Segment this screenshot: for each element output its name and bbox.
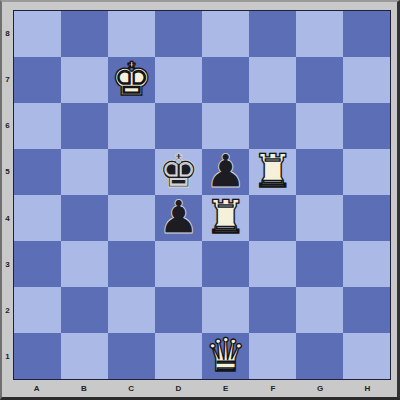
- square-b2[interactable]: [61, 287, 108, 333]
- file-label-f: F: [249, 381, 296, 396]
- square-f4[interactable]: [249, 195, 296, 241]
- square-h1[interactable]: [343, 333, 390, 379]
- square-h8[interactable]: [343, 11, 390, 57]
- square-d6[interactable]: [155, 103, 202, 149]
- file-label-d: D: [155, 381, 202, 396]
- file-label-a: A: [13, 381, 60, 396]
- square-f2[interactable]: [249, 287, 296, 333]
- rank-label-6: 6: [2, 103, 13, 149]
- square-e1[interactable]: ♛: [202, 333, 249, 379]
- square-b5[interactable]: [61, 149, 108, 195]
- square-f6[interactable]: [249, 103, 296, 149]
- rank-label-5: 5: [2, 149, 13, 195]
- square-e6[interactable]: [202, 103, 249, 149]
- square-g6[interactable]: [296, 103, 343, 149]
- square-e4[interactable]: ♜: [202, 195, 249, 241]
- square-a8[interactable]: [14, 11, 61, 57]
- square-e5[interactable]: ♟: [202, 149, 249, 195]
- file-label-h: H: [344, 381, 391, 396]
- rank-label-3: 3: [2, 241, 13, 287]
- square-g8[interactable]: [296, 11, 343, 57]
- square-f7[interactable]: [249, 57, 296, 103]
- square-d5[interactable]: ♚: [155, 149, 202, 195]
- square-f5[interactable]: ♜: [249, 149, 296, 195]
- square-g3[interactable]: [296, 241, 343, 287]
- square-d4[interactable]: ♟: [155, 195, 202, 241]
- white-rook[interactable]: ♜: [205, 194, 246, 240]
- square-a2[interactable]: [14, 287, 61, 333]
- chess-board-frame: 87654321 ♚♚♟♜♟♜♛ ABCDEFGH: [0, 0, 400, 400]
- chess-board: ♚♚♟♜♟♜♛: [13, 10, 391, 380]
- square-b6[interactable]: [61, 103, 108, 149]
- square-b4[interactable]: [61, 195, 108, 241]
- square-c5[interactable]: [108, 149, 155, 195]
- square-c6[interactable]: [108, 103, 155, 149]
- square-c3[interactable]: [108, 241, 155, 287]
- square-c7[interactable]: ♚: [108, 57, 155, 103]
- square-d8[interactable]: [155, 11, 202, 57]
- white-king[interactable]: ♚: [111, 56, 152, 102]
- square-e8[interactable]: [202, 11, 249, 57]
- rank-label-4: 4: [2, 195, 13, 241]
- square-h4[interactable]: [343, 195, 390, 241]
- square-h3[interactable]: [343, 241, 390, 287]
- rank-labels: 87654321: [2, 10, 13, 380]
- square-a5[interactable]: [14, 149, 61, 195]
- square-d2[interactable]: [155, 287, 202, 333]
- square-e2[interactable]: [202, 287, 249, 333]
- square-d7[interactable]: [155, 57, 202, 103]
- square-c2[interactable]: [108, 287, 155, 333]
- square-f8[interactable]: [249, 11, 296, 57]
- square-g1[interactable]: [296, 333, 343, 379]
- square-c1[interactable]: [108, 333, 155, 379]
- file-label-c: C: [108, 381, 155, 396]
- rank-label-8: 8: [2, 10, 13, 56]
- rank-label-1: 1: [2, 334, 13, 380]
- square-g2[interactable]: [296, 287, 343, 333]
- square-a6[interactable]: [14, 103, 61, 149]
- square-a7[interactable]: [14, 57, 61, 103]
- square-a1[interactable]: [14, 333, 61, 379]
- square-a3[interactable]: [14, 241, 61, 287]
- square-f3[interactable]: [249, 241, 296, 287]
- square-c4[interactable]: [108, 195, 155, 241]
- square-h6[interactable]: [343, 103, 390, 149]
- square-h5[interactable]: [343, 149, 390, 195]
- black-pawn[interactable]: ♟: [158, 194, 199, 240]
- file-label-b: B: [60, 381, 107, 396]
- square-a4[interactable]: [14, 195, 61, 241]
- file-label-g: G: [297, 381, 344, 396]
- square-e7[interactable]: [202, 57, 249, 103]
- square-b7[interactable]: [61, 57, 108, 103]
- square-b8[interactable]: [61, 11, 108, 57]
- square-e3[interactable]: [202, 241, 249, 287]
- square-c8[interactable]: [108, 11, 155, 57]
- black-king[interactable]: ♚: [158, 148, 199, 194]
- black-pawn[interactable]: ♟: [205, 148, 246, 194]
- square-h7[interactable]: [343, 57, 390, 103]
- square-b3[interactable]: [61, 241, 108, 287]
- square-f1[interactable]: [249, 333, 296, 379]
- square-g5[interactable]: [296, 149, 343, 195]
- white-queen[interactable]: ♛: [205, 332, 246, 378]
- square-g4[interactable]: [296, 195, 343, 241]
- square-h2[interactable]: [343, 287, 390, 333]
- rank-label-7: 7: [2, 56, 13, 102]
- white-rook[interactable]: ♜: [252, 148, 293, 194]
- file-labels: ABCDEFGH: [13, 381, 391, 396]
- file-label-e: E: [202, 381, 249, 396]
- square-g7[interactable]: [296, 57, 343, 103]
- rank-label-2: 2: [2, 288, 13, 334]
- square-b1[interactable]: [61, 333, 108, 379]
- square-d3[interactable]: [155, 241, 202, 287]
- square-d1[interactable]: [155, 333, 202, 379]
